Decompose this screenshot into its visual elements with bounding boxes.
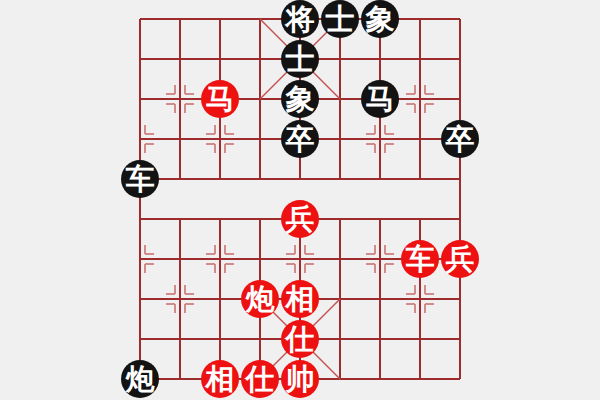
black-horse[interactable]: 马 <box>361 80 399 118</box>
red-general[interactable]: 帅 <box>281 360 319 398</box>
xiangqi-game-screen: 将士象士马象马卒卒车兵车兵炮相仕炮相仕帅 <box>0 0 600 400</box>
board-point[interactable] <box>160 119 200 159</box>
board-point[interactable] <box>440 79 480 119</box>
board-point[interactable] <box>240 159 280 199</box>
board-point[interactable] <box>360 279 400 319</box>
board-point[interactable] <box>440 359 480 399</box>
board-point[interactable] <box>240 199 280 239</box>
board-point[interactable] <box>320 279 360 319</box>
board-point[interactable] <box>400 359 440 399</box>
board-point[interactable] <box>400 159 440 199</box>
board-point[interactable] <box>200 319 240 359</box>
board-point[interactable] <box>120 319 160 359</box>
board-point[interactable] <box>240 79 280 119</box>
board-point[interactable] <box>400 0 440 39</box>
black-elephant-1[interactable]: 象 <box>361 0 399 38</box>
red-advisor-2[interactable]: 仕 <box>241 360 279 398</box>
board-point[interactable] <box>320 39 360 79</box>
board-point[interactable] <box>360 159 400 199</box>
board-point[interactable] <box>440 159 480 199</box>
board-point[interactable] <box>440 39 480 79</box>
board-point[interactable] <box>440 279 480 319</box>
board-point[interactable] <box>160 279 200 319</box>
board-point[interactable] <box>360 359 400 399</box>
black-soldier-2[interactable]: 卒 <box>441 120 479 158</box>
board-point[interactable] <box>320 159 360 199</box>
board-point[interactable] <box>440 199 480 239</box>
board-point[interactable] <box>240 319 280 359</box>
board-point[interactable] <box>200 39 240 79</box>
board-point[interactable] <box>120 239 160 279</box>
board-point[interactable] <box>160 0 200 39</box>
board-point[interactable] <box>200 239 240 279</box>
black-soldier-1[interactable]: 卒 <box>281 120 319 158</box>
black-advisor-2[interactable]: 士 <box>281 40 319 78</box>
board-point[interactable] <box>160 359 200 399</box>
board-point[interactable] <box>120 39 160 79</box>
board-point[interactable] <box>400 319 440 359</box>
board-point[interactable] <box>320 359 360 399</box>
board-point[interactable] <box>200 159 240 199</box>
board-point[interactable] <box>200 0 240 39</box>
board-point[interactable] <box>120 119 160 159</box>
red-cannon[interactable]: 炮 <box>241 280 279 318</box>
red-soldier-2[interactable]: 兵 <box>441 240 479 278</box>
red-horse[interactable]: 马 <box>201 80 239 118</box>
red-elephant-2[interactable]: 相 <box>201 360 239 398</box>
board-point[interactable] <box>160 319 200 359</box>
board-point[interactable] <box>440 319 480 359</box>
board-point[interactable] <box>200 279 240 319</box>
board-point[interactable] <box>200 119 240 159</box>
board-point[interactable] <box>120 199 160 239</box>
board-point[interactable] <box>280 159 320 199</box>
board-point[interactable] <box>280 239 320 279</box>
board-point[interactable] <box>440 0 480 39</box>
red-chariot[interactable]: 车 <box>401 240 439 278</box>
board-point[interactable] <box>320 199 360 239</box>
board-point[interactable] <box>360 199 400 239</box>
red-soldier-1[interactable]: 兵 <box>281 200 319 238</box>
board-point[interactable] <box>320 79 360 119</box>
board-point[interactable] <box>240 239 280 279</box>
board-point[interactable] <box>320 319 360 359</box>
board-point[interactable] <box>240 39 280 79</box>
board-point[interactable] <box>400 279 440 319</box>
board-point[interactable] <box>400 199 440 239</box>
board-point[interactable] <box>360 119 400 159</box>
red-advisor-1[interactable]: 仕 <box>281 320 319 358</box>
board-point[interactable] <box>400 39 440 79</box>
red-elephant-1[interactable]: 相 <box>281 280 319 318</box>
xiangqi-board: 将士象士马象马卒卒车兵车兵炮相仕炮相仕帅 <box>120 0 480 400</box>
board-point[interactable] <box>160 159 200 199</box>
board-point[interactable] <box>120 79 160 119</box>
board-point[interactable] <box>360 319 400 359</box>
board-point[interactable] <box>400 79 440 119</box>
board-point[interactable] <box>240 0 280 39</box>
board-point[interactable] <box>160 239 200 279</box>
board-point[interactable] <box>360 239 400 279</box>
board-point[interactable] <box>160 39 200 79</box>
board-point[interactable] <box>320 119 360 159</box>
board-point[interactable] <box>120 279 160 319</box>
board-point[interactable] <box>200 199 240 239</box>
board-point[interactable] <box>160 199 200 239</box>
black-chariot[interactable]: 车 <box>121 160 159 198</box>
board-point[interactable] <box>240 119 280 159</box>
black-general[interactable]: 将 <box>281 0 319 38</box>
board-point[interactable] <box>120 0 160 39</box>
board-point[interactable] <box>400 119 440 159</box>
black-elephant-2[interactable]: 象 <box>281 80 319 118</box>
black-cannon[interactable]: 炮 <box>121 360 159 398</box>
black-advisor-1[interactable]: 士 <box>321 0 359 38</box>
board-point[interactable] <box>160 79 200 119</box>
board-point[interactable] <box>320 239 360 279</box>
board-point[interactable] <box>360 39 400 79</box>
